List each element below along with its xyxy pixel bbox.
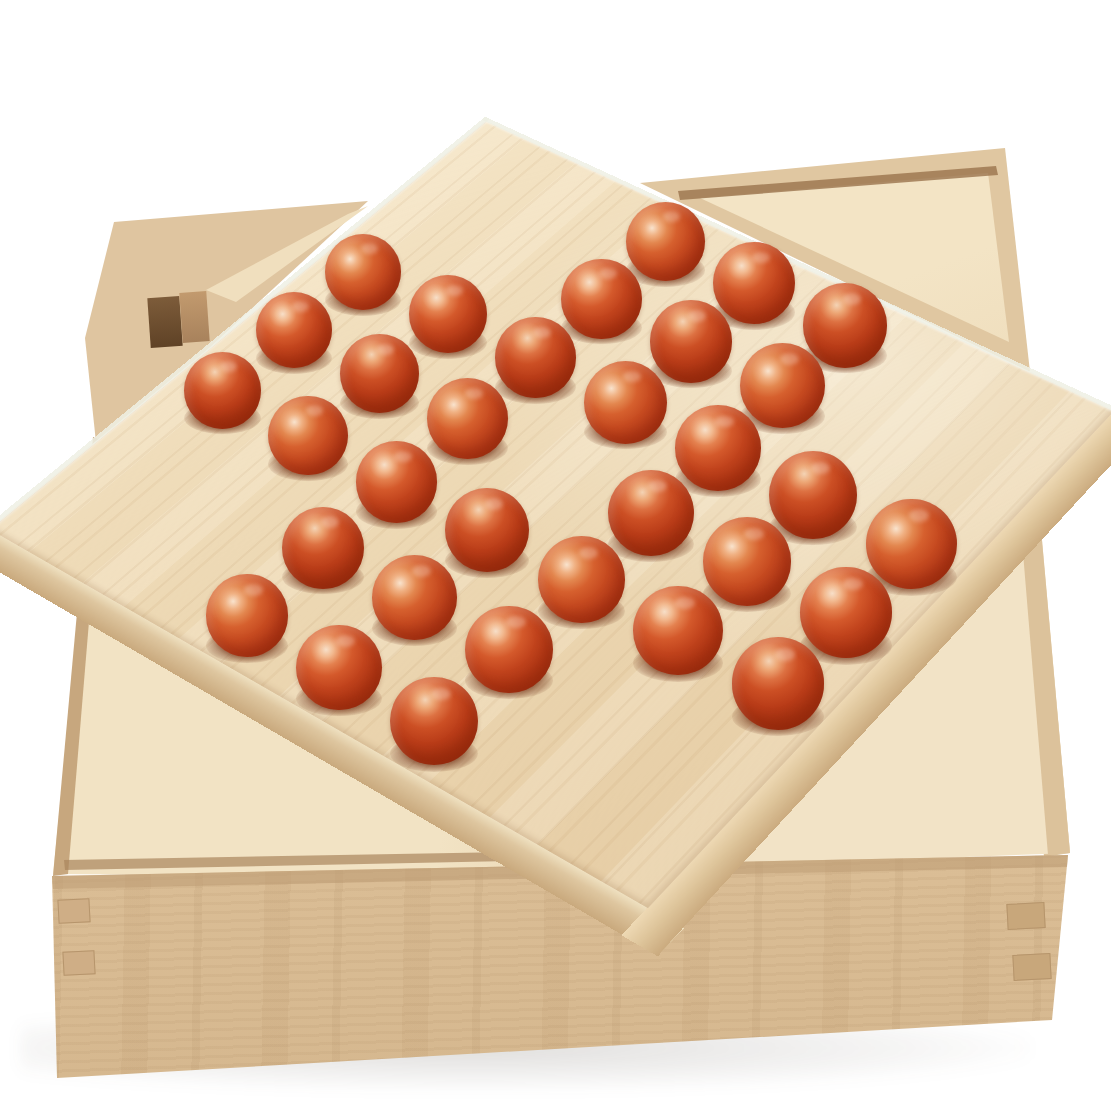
marble-r3c7[interactable]	[866, 499, 957, 590]
marble-r2c5[interactable]	[740, 343, 825, 428]
marble-r5c4[interactable]	[445, 488, 529, 572]
marble-r6c5[interactable]	[465, 606, 552, 693]
marble-r4c3[interactable]	[427, 378, 508, 459]
marble-r5c3[interactable]	[356, 441, 438, 523]
marble-r3c5[interactable]	[675, 405, 760, 490]
marble-r5c6[interactable]	[633, 586, 722, 675]
marble-r4c2[interactable]	[340, 334, 419, 413]
marble-r6c4[interactable]	[372, 555, 457, 640]
marble-r4c6[interactable]	[703, 517, 792, 606]
marble-r3c4[interactable]	[584, 361, 667, 444]
peg-solitaire-photo	[0, 0, 1111, 1111]
marble-r2c4[interactable]	[650, 300, 732, 382]
marble-r7c5[interactable]	[390, 677, 478, 765]
marble-r7c4[interactable]	[296, 625, 381, 710]
marble-r3c3[interactable]	[495, 317, 576, 398]
marble-r2c3[interactable]	[561, 259, 641, 339]
marble-r1c3[interactable]	[626, 202, 706, 282]
marble-r1c4[interactable]	[713, 242, 795, 324]
marble-r6c3[interactable]	[282, 507, 364, 589]
marble-r1c5[interactable]	[803, 283, 887, 367]
marble-r5c7[interactable]	[732, 637, 824, 729]
marble-r5c1[interactable]	[184, 352, 261, 429]
marble-r3c6[interactable]	[769, 451, 857, 539]
marble-r5c5[interactable]	[538, 536, 625, 623]
marble-r5c2[interactable]	[268, 396, 347, 475]
marble-r4c1[interactable]	[256, 292, 333, 369]
marble-layer	[0, 0, 1111, 1111]
marble-r4c7[interactable]	[800, 567, 892, 659]
marble-r4c5[interactable]	[608, 470, 694, 556]
marble-r7c3[interactable]	[206, 574, 289, 657]
